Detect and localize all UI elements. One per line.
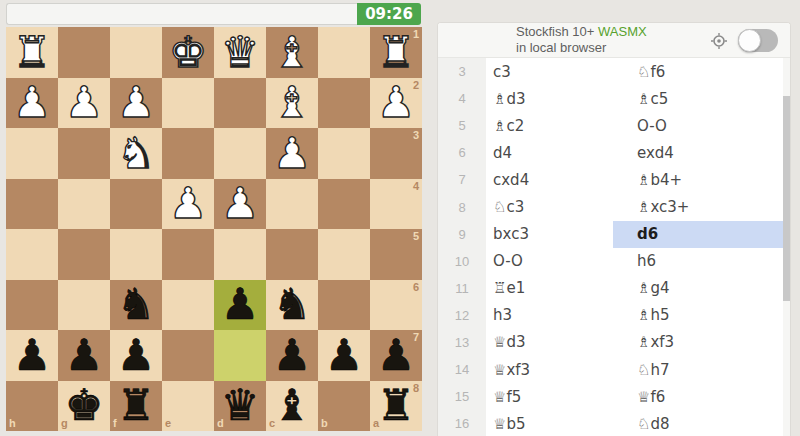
move-13-black[interactable]: ♗xf3 — [613, 329, 783, 356]
black-bishop[interactable]: ♝ — [273, 384, 312, 427]
square-h6[interactable] — [6, 280, 58, 331]
square-b4[interactable] — [318, 179, 370, 230]
move-row-8: 8♘c3♗xc3+ — [438, 193, 790, 220]
move-8-white[interactable]: ♘c3 — [486, 193, 613, 220]
move-3-white[interactable]: c3 — [486, 58, 613, 85]
move-row-7: 7cxd4♗b4+ — [438, 166, 790, 193]
square-c6[interactable]: ♞ — [266, 280, 318, 331]
black-knight[interactable]: ♞ — [273, 283, 312, 326]
black-pawn[interactable]: ♟ — [117, 334, 156, 377]
square-d5[interactable] — [214, 229, 266, 280]
move-16-black[interactable]: ♘d8 — [613, 410, 783, 436]
move-3-black[interactable]: ♘f6 — [613, 58, 783, 85]
move-row-3: 3c3♘f6 — [438, 58, 790, 85]
coord-rank-3: 3 — [413, 129, 419, 141]
white-pawn[interactable]: ♟ — [13, 81, 52, 124]
move-row-10: 10O-Oh6 — [438, 248, 790, 275]
black-queen[interactable]: ♛ — [221, 384, 260, 427]
move-row-16: 16♕b5♘d8 — [438, 410, 790, 436]
white-pawn[interactable]: ♟ — [273, 132, 312, 175]
engine-info: Stockfish 10+ WASMX in local browser — [516, 24, 647, 56]
move-11-black[interactable]: ♗g4 — [613, 275, 783, 302]
move-7-white[interactable]: cxd4 — [486, 166, 613, 193]
square-h4[interactable] — [6, 179, 58, 230]
engine-name: Stockfish 10+ — [516, 24, 594, 39]
square-e4[interactable]: ♟ — [162, 179, 214, 230]
coord-file-b: b — [321, 417, 328, 429]
move-row-9: 9bxc3d6 — [438, 221, 790, 248]
move-13-white[interactable]: ♕d3 — [486, 329, 613, 356]
black-king[interactable]: ♚ — [65, 384, 104, 427]
square-g7[interactable]: ♟ — [58, 330, 110, 381]
move-number: 3 — [438, 58, 486, 85]
move-10-white[interactable]: O-O — [486, 248, 613, 275]
square-g8[interactable]: ♚g — [58, 381, 110, 432]
black-pawn[interactable]: ♟ — [65, 334, 104, 377]
square-b2[interactable] — [318, 78, 370, 129]
move-number: 6 — [438, 139, 486, 166]
move-12-black[interactable]: ♗h5 — [613, 302, 783, 329]
square-c4[interactable] — [266, 179, 318, 230]
move-number: 16 — [438, 410, 486, 436]
square-c1[interactable]: ♝ — [266, 27, 318, 78]
engine-location: in local browser — [516, 40, 647, 56]
coord-rank-4: 4 — [413, 180, 419, 192]
black-pawn[interactable]: ♟ — [377, 334, 416, 377]
square-h7[interactable]: ♟ — [6, 330, 58, 381]
engine-name-line: Stockfish 10+ WASMX — [516, 24, 647, 40]
square-a6[interactable]: 6 — [370, 280, 422, 331]
move-15-white[interactable]: ♕f5 — [486, 383, 613, 410]
move-number: 9 — [438, 221, 486, 248]
move-5-white[interactable]: ♗c2 — [486, 112, 613, 139]
move-row-11: 11♖e1♗g4 — [438, 275, 790, 302]
header-controls — [710, 23, 778, 58]
white-queen[interactable]: ♛ — [221, 31, 260, 74]
black-pawn[interactable]: ♟ — [13, 334, 52, 377]
black-knight[interactable]: ♞ — [117, 283, 156, 326]
move-14-black[interactable]: ♘h7 — [613, 356, 783, 383]
square-d2[interactable] — [214, 78, 266, 129]
time-bar — [6, 3, 357, 25]
move-row-6: 6d4exd4 — [438, 139, 790, 166]
engine-header: Stockfish 10+ WASMX in local browser — [438, 23, 790, 58]
black-pawn[interactable]: ♟ — [325, 334, 364, 377]
coord-rank-6: 6 — [413, 281, 419, 293]
square-a7[interactable]: ♟7 — [370, 330, 422, 381]
white-pawn[interactable]: ♟ — [221, 182, 260, 225]
square-c7[interactable]: ♟ — [266, 330, 318, 381]
chess-board: ♜♚♛♝♜1♟♟♟♝♟2♞♟3♟♟45♞♟♞6♟♟♟♟♟♟7h♚g♜fe♛d♝c… — [6, 27, 422, 431]
square-d1[interactable]: ♛ — [214, 27, 266, 78]
move-number: 15 — [438, 383, 486, 410]
square-c3[interactable]: ♟ — [266, 128, 318, 179]
square-a1[interactable]: ♜1 — [370, 27, 422, 78]
move-16-white[interactable]: ♕b5 — [486, 410, 613, 436]
move-number: 4 — [438, 85, 486, 112]
analysis-panel: Stockfish 10+ WASMX in local browser — [437, 22, 791, 436]
square-f7[interactable]: ♟ — [110, 330, 162, 381]
square-g4[interactable] — [58, 179, 110, 230]
white-pawn[interactable]: ♟ — [169, 182, 208, 225]
square-h8[interactable]: h — [6, 381, 58, 432]
move-6-white[interactable]: d4 — [486, 139, 613, 166]
square-h5[interactable] — [6, 229, 58, 280]
square-h2[interactable]: ♟ — [6, 78, 58, 129]
square-e8[interactable]: e — [162, 381, 214, 432]
square-d6[interactable]: ♟ — [214, 280, 266, 331]
coord-file-h: h — [9, 417, 16, 429]
move-row-4: 4♗d3♗c5 — [438, 85, 790, 112]
square-g2[interactable]: ♟ — [58, 78, 110, 129]
square-d4[interactable]: ♟ — [214, 179, 266, 230]
square-a3[interactable]: 3 — [370, 128, 422, 179]
move-5-black[interactable]: O-O — [613, 112, 783, 139]
square-g1[interactable] — [58, 27, 110, 78]
engine-toggle-knob[interactable] — [738, 29, 761, 52]
square-a5[interactable]: 5 — [370, 229, 422, 280]
move-row-14: 14♕xf3♘h7 — [438, 356, 790, 383]
move-8-black[interactable]: ♗xc3+ — [613, 193, 783, 220]
black-pawn[interactable]: ♟ — [221, 283, 260, 326]
white-bishop[interactable]: ♝ — [273, 81, 312, 124]
move-list: 3c3♘f64♗d3♗c55♗c2O-O6d4exd47cxd4♗b4+8♘c3… — [438, 58, 790, 436]
square-e1[interactable]: ♚ — [162, 27, 214, 78]
clock-bar: 09:26 — [6, 3, 421, 25]
square-h1[interactable]: ♜ — [6, 27, 58, 78]
move-number: 10 — [438, 248, 486, 275]
white-knight[interactable]: ♞ — [117, 132, 156, 175]
square-e3[interactable] — [162, 128, 214, 179]
white-rook[interactable]: ♜ — [13, 31, 52, 74]
square-c2[interactable]: ♝ — [266, 78, 318, 129]
square-f8[interactable]: ♜f — [110, 381, 162, 432]
square-b8[interactable]: b — [318, 381, 370, 432]
square-e7[interactable] — [162, 330, 214, 381]
move-number: 12 — [438, 302, 486, 329]
square-f3[interactable]: ♞ — [110, 128, 162, 179]
move-number: 5 — [438, 112, 486, 139]
move-4-black[interactable]: ♗c5 — [613, 85, 783, 112]
move-4-white[interactable]: ♗d3 — [486, 85, 613, 112]
square-d3[interactable] — [214, 128, 266, 179]
square-a2[interactable]: ♟2 — [370, 78, 422, 129]
move-9-white[interactable]: bxc3 — [486, 221, 613, 248]
square-f1[interactable] — [110, 27, 162, 78]
coord-file-e: e — [165, 417, 171, 429]
move-15-black[interactable]: ♕f6 — [613, 383, 783, 410]
scrollbar-track[interactable] — [783, 58, 790, 436]
square-g5[interactable] — [58, 229, 110, 280]
scrollbar-thumb[interactable] — [783, 96, 790, 301]
move-row-5: 5♗c2O-O — [438, 112, 790, 139]
square-e2[interactable] — [162, 78, 214, 129]
square-c5[interactable] — [266, 229, 318, 280]
white-bishop[interactable]: ♝ — [273, 31, 312, 74]
move-7-black[interactable]: ♗b4+ — [613, 166, 783, 193]
move-number: 7 — [438, 166, 486, 193]
move-number: 14 — [438, 356, 486, 383]
square-b7[interactable]: ♟ — [318, 330, 370, 381]
move-10-black[interactable]: h6 — [613, 248, 783, 275]
move-12-white[interactable]: h3 — [486, 302, 613, 329]
move-9-black[interactable]: d6 — [613, 221, 783, 248]
move-number: 8 — [438, 193, 486, 220]
white-pawn[interactable]: ♟ — [117, 81, 156, 124]
square-f4[interactable] — [110, 179, 162, 230]
square-f2[interactable]: ♟ — [110, 78, 162, 129]
white-king[interactable]: ♚ — [169, 31, 208, 74]
square-g6[interactable] — [58, 280, 110, 331]
move-6-black[interactable]: exd4 — [613, 139, 783, 166]
white-pawn[interactable]: ♟ — [377, 81, 416, 124]
move-row-12: 12h3♗h5 — [438, 302, 790, 329]
black-pawn[interactable]: ♟ — [273, 334, 312, 377]
square-e5[interactable] — [162, 229, 214, 280]
square-a8[interactable]: ♜a8 — [370, 381, 422, 432]
target-icon[interactable] — [710, 32, 728, 50]
square-f6[interactable]: ♞ — [110, 280, 162, 331]
clock: 09:26 — [357, 3, 421, 25]
engine-tech: WASMX — [598, 24, 647, 39]
square-c8[interactable]: ♝c — [266, 381, 318, 432]
move-row-13: 13♕d3♗xf3 — [438, 329, 790, 356]
square-h3[interactable] — [6, 128, 58, 179]
square-b3[interactable] — [318, 128, 370, 179]
black-rook[interactable]: ♜ — [117, 384, 156, 427]
engine-toggle[interactable] — [738, 29, 778, 52]
square-g3[interactable] — [58, 128, 110, 179]
move-14-white[interactable]: ♕xf3 — [486, 356, 613, 383]
square-b6[interactable] — [318, 280, 370, 331]
white-rook[interactable]: ♜ — [377, 31, 416, 74]
square-d7[interactable] — [214, 330, 266, 381]
move-row-15: 15♕f5♕f6 — [438, 383, 790, 410]
square-e6[interactable] — [162, 280, 214, 331]
square-f5[interactable] — [110, 229, 162, 280]
move-11-white[interactable]: ♖e1 — [486, 275, 613, 302]
square-a4[interactable]: 4 — [370, 179, 422, 230]
square-b1[interactable] — [318, 27, 370, 78]
square-d8[interactable]: ♛d — [214, 381, 266, 432]
square-b5[interactable] — [318, 229, 370, 280]
move-number: 13 — [438, 329, 486, 356]
coord-rank-5: 5 — [413, 230, 419, 242]
move-number: 11 — [438, 275, 486, 302]
white-pawn[interactable]: ♟ — [65, 81, 104, 124]
black-rook[interactable]: ♜ — [377, 384, 416, 427]
